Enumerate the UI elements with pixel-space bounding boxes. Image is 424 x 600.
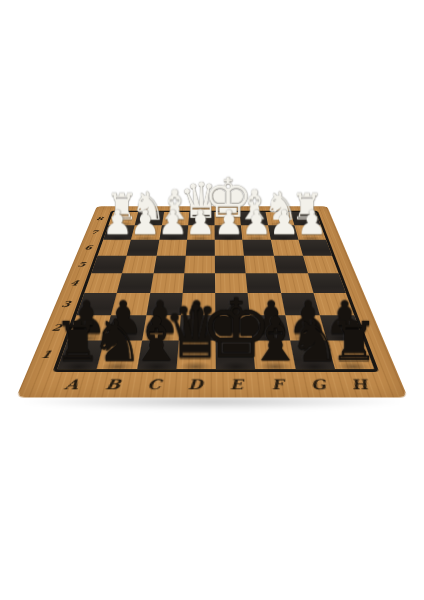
piece-contact-shadow [190, 222, 212, 227]
square-a5[interactable] [91, 256, 127, 274]
piece-contact-shadow [110, 222, 134, 227]
square-b8[interactable]: ♞ [135, 212, 164, 225]
file-label-c: C [146, 377, 162, 393]
piece-white-knight-g8[interactable]: ♞ [263, 186, 298, 225]
square-d5[interactable] [184, 256, 215, 274]
square-h1[interactable]: ♜ [327, 340, 375, 369]
square-c6[interactable] [156, 240, 187, 256]
square-f5[interactable] [244, 256, 277, 274]
square-a7[interactable]: ♟ [103, 225, 135, 239]
file-label-g: G [309, 377, 328, 393]
chess-board: ♜♞♝♛♚♝♞♜♟♟♟♟♟♟♟♟♟♟♟♟♟♟♟♟♜♞♝♛♚♝♞♜ ABCDEFG… [16, 206, 408, 397]
square-g4[interactable] [277, 273, 313, 293]
piece-black-rook-h1[interactable]: ♜ [331, 316, 379, 369]
square-c7[interactable]: ♟ [159, 225, 188, 239]
piece-white-knight-b8[interactable]: ♞ [131, 186, 166, 225]
piece-contact-shadow [272, 236, 296, 241]
square-e8[interactable]: ♚ [214, 212, 241, 225]
piece-contact-shadow [137, 222, 160, 227]
piece-white-pawn-a7[interactable]: ♟ [102, 206, 132, 240]
square-d7[interactable]: ♟ [187, 225, 215, 239]
rank-label-8: 8 [95, 216, 104, 222]
square-h7[interactable]: ♟ [294, 225, 326, 239]
piece-contact-shadow [243, 222, 266, 227]
piece-white-rook-h8[interactable]: ♜ [291, 190, 323, 226]
piece-white-rook-a8[interactable]: ♜ [106, 190, 138, 226]
piece-contact-shadow [133, 236, 157, 241]
square-b4[interactable] [117, 273, 153, 293]
piece-white-pawn-d7[interactable]: ♟ [186, 206, 216, 240]
playfield: ♜♞♝♛♚♝♞♜♟♟♟♟♟♟♟♟♟♟♟♟♟♟♟♟♜♞♝♛♚♝♞♜ [52, 211, 379, 372]
rank-label-1: 1 [39, 348, 54, 360]
rank-label-5: 5 [77, 261, 88, 268]
file-label-h: H [349, 377, 371, 393]
piece-white-pawn-b7[interactable]: ♟ [130, 206, 160, 240]
square-g7[interactable]: ♟ [268, 225, 299, 239]
square-g6[interactable] [270, 240, 302, 256]
piece-contact-shadow [189, 236, 212, 241]
square-e7[interactable]: ♟ [215, 225, 243, 239]
square-h4[interactable] [308, 273, 346, 293]
file-label-d: D [187, 377, 203, 393]
square-e5[interactable] [215, 256, 246, 274]
square-f6[interactable] [243, 240, 274, 256]
square-a6[interactable] [98, 240, 132, 256]
square-b7[interactable]: ♟ [131, 225, 161, 239]
piece-white-pawn-e7[interactable]: ♟ [213, 206, 243, 240]
piece-white-pawn-g7[interactable]: ♟ [269, 206, 299, 240]
square-g5[interactable] [273, 256, 307, 274]
piece-contact-shadow [161, 236, 185, 241]
square-h8[interactable]: ♜ [290, 212, 320, 225]
piece-contact-shadow [295, 222, 319, 227]
square-g1[interactable]: ♞ [290, 340, 335, 369]
board-edge [22, 390, 402, 396]
square-b6[interactable] [127, 240, 159, 256]
square-h5[interactable] [303, 256, 339, 274]
piece-white-pawn-f7[interactable]: ♟ [241, 206, 271, 240]
square-e6[interactable] [215, 240, 244, 256]
file-label-e: E [229, 377, 244, 393]
piece-contact-shadow [217, 222, 239, 227]
square-d8[interactable]: ♛ [188, 212, 215, 225]
file-label-a: A [63, 377, 82, 393]
square-g8[interactable]: ♞ [265, 212, 294, 225]
rank-label-7: 7 [90, 229, 99, 235]
piece-contact-shadow [299, 236, 324, 241]
piece-white-queen-d8[interactable]: ♛ [179, 176, 223, 225]
piece-contact-shadow [244, 236, 268, 241]
square-d6[interactable] [186, 240, 215, 256]
piece-white-bishop-f8[interactable]: ♝ [236, 184, 273, 225]
square-h6[interactable] [298, 240, 332, 256]
piece-contact-shadow [269, 222, 292, 227]
file-label-f: F [270, 377, 285, 393]
square-a8[interactable]: ♜ [108, 212, 138, 225]
rank-label-4: 4 [69, 279, 81, 287]
piece-contact-shadow [217, 236, 240, 241]
product-photo-scene: ♜♞♝♛♚♝♞♜♟♟♟♟♟♟♟♟♟♟♟♟♟♟♟♟♜♞♝♛♚♝♞♜ ABCDEFG… [0, 0, 424, 600]
piece-white-king-e8[interactable]: ♚ [203, 171, 252, 225]
square-f8[interactable]: ♝ [240, 212, 268, 225]
square-b5[interactable] [122, 256, 156, 274]
rank-label-6: 6 [84, 244, 94, 251]
file-label-b: B [104, 377, 123, 393]
square-c5[interactable] [153, 256, 185, 274]
square-f7[interactable]: ♟ [241, 225, 270, 239]
piece-white-bishop-c8[interactable]: ♝ [156, 184, 193, 225]
piece-white-pawn-h7[interactable]: ♟ [297, 206, 327, 240]
piece-contact-shadow [105, 236, 130, 241]
square-a4[interactable] [84, 273, 122, 293]
square-c8[interactable]: ♝ [161, 212, 189, 225]
piece-contact-shadow [163, 222, 186, 227]
piece-white-pawn-c7[interactable]: ♟ [158, 206, 188, 240]
